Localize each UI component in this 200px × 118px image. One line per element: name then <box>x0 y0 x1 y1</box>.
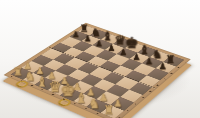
black-pawn: ♟ <box>154 62 170 71</box>
white-rook: ♜ <box>100 104 117 116</box>
photo-backdrop: ♜♞♝♛♚♝♞♜♟♟♟♟♟♟♟♟♟♟♟♟♟♟♟♟♜♞♝♛♚♝♞♜ <box>0 0 200 118</box>
